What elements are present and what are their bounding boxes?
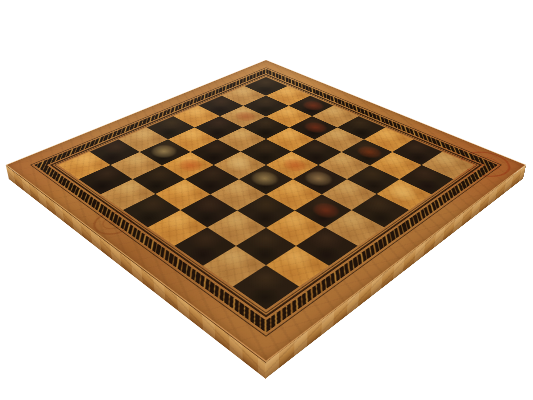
product-photo [0, 0, 533, 400]
square-f3[interactable] [237, 194, 294, 227]
square-g4[interactable] [295, 194, 352, 227]
square-d2[interactable] [155, 179, 210, 210]
square-f4[interactable] [266, 179, 321, 210]
square-f5[interactable] [293, 165, 347, 194]
square-g5[interactable] [321, 179, 376, 210]
square-e3[interactable] [211, 179, 266, 210]
board-top-face [6, 60, 526, 362]
chess-board [6, 60, 526, 362]
playing-area [58, 77, 474, 310]
square-e4[interactable] [239, 165, 293, 194]
